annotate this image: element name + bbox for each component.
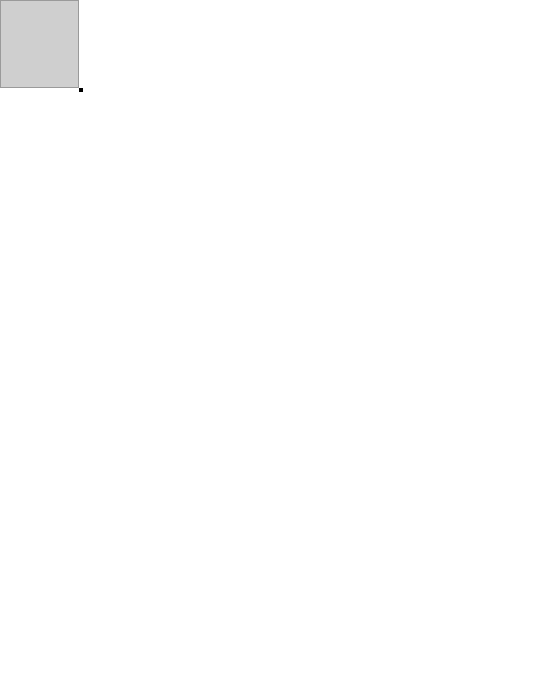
puzzle-grid[interactable] bbox=[79, 88, 83, 92]
nonogram-puzzle bbox=[0, 0, 536, 688]
corner-watermark bbox=[0, 0, 79, 88]
